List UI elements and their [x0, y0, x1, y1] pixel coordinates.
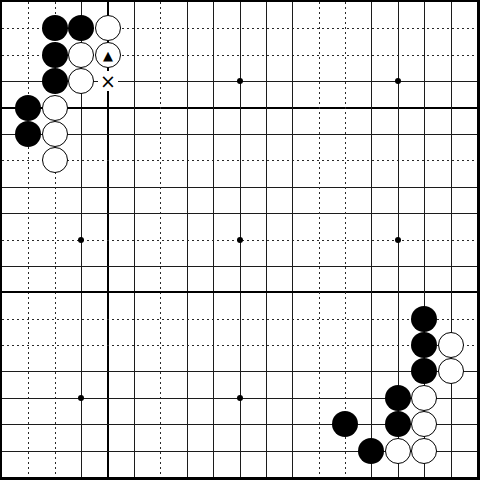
x-mark: ×	[98, 71, 118, 91]
go-board: ▲×	[0, 0, 480, 480]
triangle-mark: ▲	[95, 42, 121, 68]
marks-layer: ▲×	[2, 2, 477, 477]
